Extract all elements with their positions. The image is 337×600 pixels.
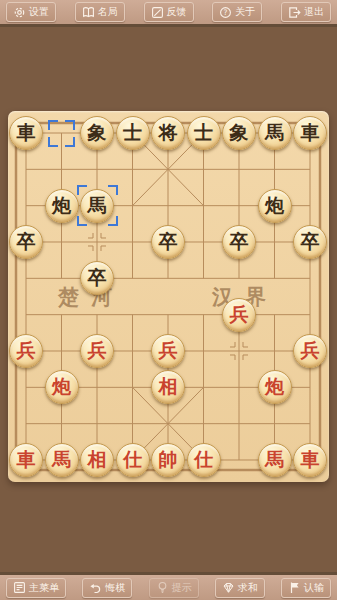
piece-red-soldier[interactable]: 兵	[222, 298, 256, 332]
undo-icon	[89, 581, 102, 594]
piece-red-elephant[interactable]: 相	[80, 443, 114, 477]
piece-black-soldier[interactable]: 卒	[151, 225, 185, 259]
exit-icon	[288, 6, 301, 19]
edit-icon	[151, 6, 164, 19]
piece-red-horse[interactable]: 馬	[45, 443, 79, 477]
famous-games-label: 名局	[98, 7, 118, 17]
piece-red-soldier[interactable]: 兵	[293, 334, 327, 368]
piece-black-soldier[interactable]: 卒	[222, 225, 256, 259]
piece-red-soldier[interactable]: 兵	[151, 334, 185, 368]
exit-button[interactable]: 退出	[281, 2, 331, 22]
piece-red-soldier[interactable]: 兵	[80, 334, 114, 368]
xiangqi-board: 楚河 汉界 車象士将士象馬車炮馬炮卒卒卒卒卒兵兵兵兵兵炮相炮車馬相仕帥仕馬車	[8, 111, 329, 482]
piece-black-soldier[interactable]: 卒	[9, 225, 43, 259]
top-toolbar: 设置 名局 反馈 ? 关于	[0, 0, 337, 27]
piece-red-general[interactable]: 帥	[151, 443, 185, 477]
piece-red-horse[interactable]: 馬	[258, 443, 292, 477]
piece-red-cannon[interactable]: 炮	[45, 370, 79, 404]
gear-icon	[13, 6, 26, 19]
hint-button[interactable]: 提示	[149, 578, 199, 598]
about-label: 关于	[235, 7, 255, 17]
menu-icon	[13, 581, 26, 594]
piece-red-advisor[interactable]: 仕	[116, 443, 150, 477]
piece-black-elephant[interactable]: 象	[80, 116, 114, 150]
bottom-toolbar: 主菜单 悔棋 提示 求和	[0, 572, 337, 600]
piece-red-chariot[interactable]: 車	[9, 443, 43, 477]
offer-draw-button[interactable]: 求和	[215, 578, 265, 598]
piece-red-soldier[interactable]: 兵	[9, 334, 43, 368]
offer-draw-label: 求和	[238, 583, 258, 593]
piece-black-soldier[interactable]: 卒	[293, 225, 327, 259]
hint-bulb-icon	[156, 581, 169, 594]
main-menu-label: 主菜单	[29, 583, 59, 593]
undo-move-button[interactable]: 悔棋	[82, 578, 132, 598]
piece-black-chariot[interactable]: 車	[9, 116, 43, 150]
about-button[interactable]: ? 关于	[212, 2, 262, 22]
main-menu-button[interactable]: 主菜单	[6, 578, 66, 598]
piece-black-cannon[interactable]: 炮	[258, 189, 292, 223]
piece-black-cannon[interactable]: 炮	[45, 189, 79, 223]
undo-move-label: 悔棋	[105, 583, 125, 593]
piece-black-advisor[interactable]: 士	[187, 116, 221, 150]
draw-offer-icon	[222, 581, 235, 594]
piece-red-advisor[interactable]: 仕	[187, 443, 221, 477]
feedback-label: 反馈	[167, 7, 187, 17]
piece-black-advisor[interactable]: 士	[116, 116, 150, 150]
piece-black-chariot[interactable]: 車	[293, 116, 327, 150]
piece-black-elephant[interactable]: 象	[222, 116, 256, 150]
piece-black-horse[interactable]: 馬	[80, 189, 114, 223]
svg-text:?: ?	[224, 8, 228, 17]
piece-red-chariot[interactable]: 車	[293, 443, 327, 477]
settings-label: 设置	[29, 7, 49, 17]
resign-button[interactable]: 认输	[281, 578, 331, 598]
hint-label: 提示	[172, 583, 192, 593]
exit-label: 退出	[304, 7, 324, 17]
piece-black-horse[interactable]: 馬	[258, 116, 292, 150]
settings-button[interactable]: 设置	[6, 2, 56, 22]
piece-red-cannon[interactable]: 炮	[258, 370, 292, 404]
piece-black-general[interactable]: 将	[151, 116, 185, 150]
book-icon	[82, 6, 95, 19]
feedback-button[interactable]: 反馈	[144, 2, 194, 22]
famous-games-button[interactable]: 名局	[75, 2, 125, 22]
resign-label: 认输	[304, 583, 324, 593]
about-icon: ?	[219, 6, 232, 19]
resign-flag-icon	[288, 581, 301, 594]
